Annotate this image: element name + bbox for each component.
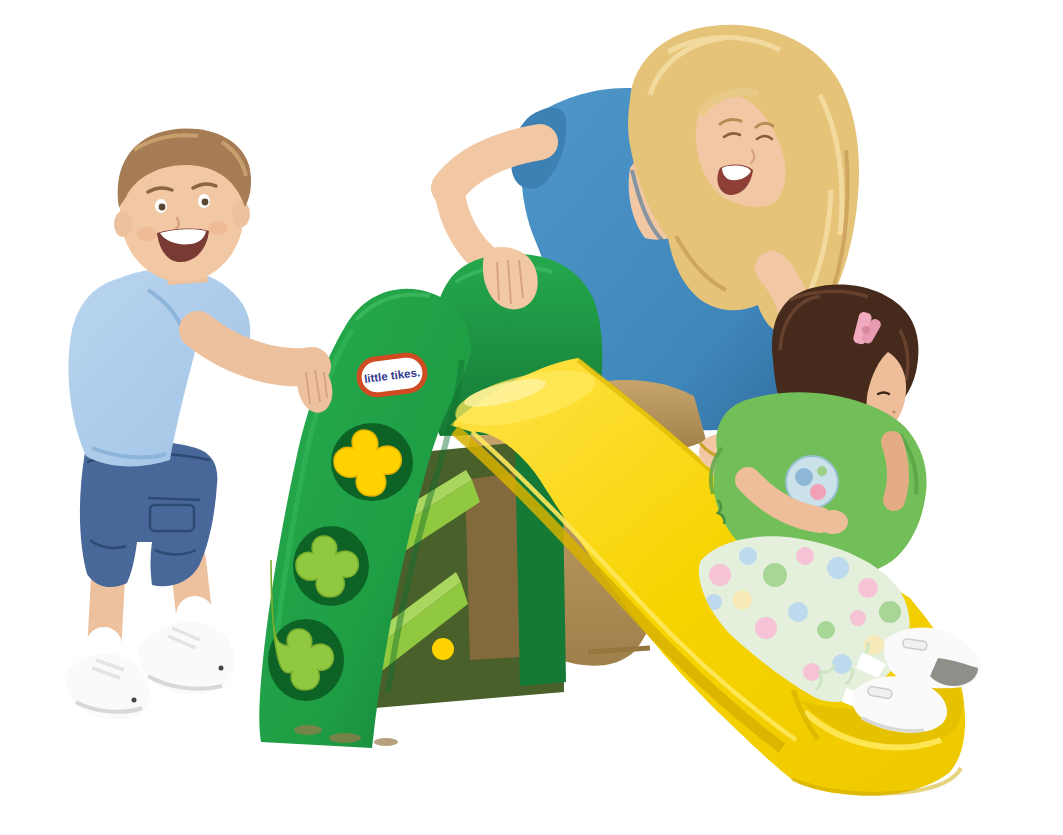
yellow-cap <box>432 638 454 660</box>
boy-shoe-right <box>139 621 234 694</box>
woman-left-forearm <box>449 190 491 264</box>
girl-hand <box>818 510 848 534</box>
photo-canvas: little tikes. <box>0 0 1063 835</box>
boy-ear-left <box>114 211 132 237</box>
boy-arm <box>198 330 312 367</box>
handhold-middle <box>293 526 369 606</box>
boy-shoe-left <box>67 654 149 719</box>
handhold-top <box>331 423 413 501</box>
product-photo: little tikes. <box>0 0 1063 835</box>
boy-ear-right <box>232 201 250 227</box>
girl-far-arm <box>892 442 898 500</box>
little-tikes-logo: little tikes. <box>357 353 427 397</box>
